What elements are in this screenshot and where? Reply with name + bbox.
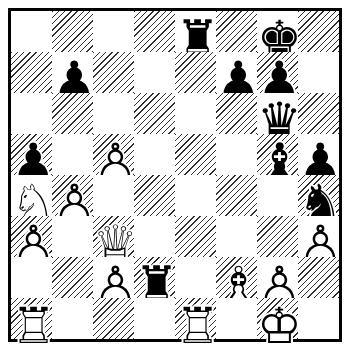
square-b2 [52, 257, 93, 298]
square-f8 [216, 11, 257, 52]
square-h7 [298, 52, 339, 93]
square-d7 [134, 52, 175, 93]
square-b6 [52, 93, 93, 134]
square-c4 [93, 175, 134, 216]
square-c8 [93, 11, 134, 52]
square-c1 [93, 298, 134, 339]
square-a4: ♞♘ [11, 175, 52, 216]
square-f3 [216, 216, 257, 257]
square-e8: ♜♜ [175, 11, 216, 52]
square-e2 [175, 257, 216, 298]
square-g2: ♟♙ [257, 257, 298, 298]
square-g4 [257, 175, 298, 216]
square-e1: ♜♖ [175, 298, 216, 339]
square-b8 [52, 11, 93, 52]
square-b4: ♟♙ [52, 175, 93, 216]
square-d6 [134, 93, 175, 134]
square-f2: ♝♗ [216, 257, 257, 298]
square-h6 [298, 93, 339, 134]
white-king-halo: ♚ [257, 301, 302, 350]
square-h4: ♞♞ [298, 175, 339, 216]
square-b3 [52, 216, 93, 257]
square-a7 [11, 52, 52, 93]
square-d1 [134, 298, 175, 339]
square-g7: ♟♟ [257, 52, 298, 93]
square-b1 [52, 298, 93, 339]
square-d3 [134, 216, 175, 257]
square-a1: ♜♖ [11, 298, 52, 339]
square-d4 [134, 175, 175, 216]
square-e4 [175, 175, 216, 216]
square-e5 [175, 134, 216, 175]
square-c7 [93, 52, 134, 93]
square-a3: ♟♙ [11, 216, 52, 257]
square-d5 [134, 134, 175, 175]
square-e6 [175, 93, 216, 134]
square-h5: ♟♟ [298, 134, 339, 175]
square-b5 [52, 134, 93, 175]
square-d2: ♜♜ [134, 257, 175, 298]
square-c6 [93, 93, 134, 134]
chess-board: ♜♜♚♚♟♟♟♟♟♟♛♛♟♟♟♙♝♝♟♟♞♘♟♙♞♞♟♙♛♕♟♙♟♙♜♜♝♗♟♙… [8, 8, 342, 342]
square-f5 [216, 134, 257, 175]
square-e3 [175, 216, 216, 257]
square-f6 [216, 93, 257, 134]
white-rook-halo: ♜ [11, 301, 56, 350]
square-a2 [11, 257, 52, 298]
square-g8: ♚♚ [257, 11, 298, 52]
chess-diagram-page: ♜♜♚♚♟♟♟♟♟♟♛♛♟♟♟♙♝♝♟♟♞♘♟♙♞♞♟♙♛♕♟♙♟♙♜♜♝♗♟♙… [0, 0, 350, 350]
square-g6: ♛♛ [257, 93, 298, 134]
square-a5: ♟♟ [11, 134, 52, 175]
square-h1 [298, 298, 339, 339]
piece-white-rook: ♖ [11, 301, 56, 350]
square-a6 [11, 93, 52, 134]
piece-white-rook: ♖ [175, 301, 220, 350]
square-g1: ♚♔ [257, 298, 298, 339]
square-h3: ♟♙ [298, 216, 339, 257]
square-g3 [257, 216, 298, 257]
square-h2 [298, 257, 339, 298]
square-c5: ♟♙ [93, 134, 134, 175]
square-h8 [298, 11, 339, 52]
square-d8 [134, 11, 175, 52]
piece-white-king: ♔ [257, 301, 302, 350]
white-rook-halo: ♜ [175, 301, 220, 350]
square-f1 [216, 298, 257, 339]
square-b7: ♟♟ [52, 52, 93, 93]
square-g5: ♝♝ [257, 134, 298, 175]
square-a8 [11, 11, 52, 52]
square-e7 [175, 52, 216, 93]
square-c2: ♟♙ [93, 257, 134, 298]
square-f4 [216, 175, 257, 216]
square-c3: ♛♕ [93, 216, 134, 257]
square-f7: ♟♟ [216, 52, 257, 93]
